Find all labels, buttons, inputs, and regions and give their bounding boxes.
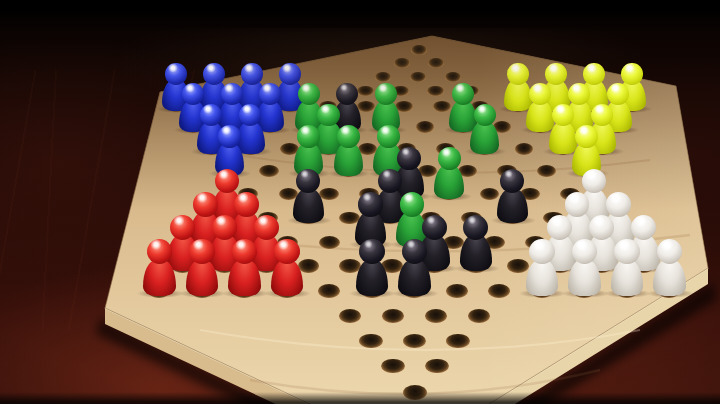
peg-body [186,260,219,296]
peg-head [463,215,488,240]
peg-white[interactable] [568,239,601,296]
peg-head [203,63,224,84]
peg-head [358,192,382,216]
peg-black[interactable] [497,169,528,223]
hole-r1c1 [411,45,427,55]
peg-black[interactable] [293,169,324,223]
peg-head [259,83,281,105]
peg-head [500,169,524,193]
peg-black[interactable] [460,215,492,271]
peg-head [378,169,402,193]
hole-r13c8 [446,284,468,298]
peg-green[interactable] [334,125,364,176]
hole-r13c5 [318,284,340,298]
hole-r15c1 [359,334,382,348]
peg-white[interactable] [653,239,686,296]
peg-green[interactable] [294,125,324,176]
hole-r15c3 [446,334,469,348]
peg-black[interactable] [398,239,431,296]
peg-body [271,260,304,296]
peg-head [182,83,204,105]
peg-head [621,63,642,84]
peg-head [241,63,262,84]
peg-green[interactable] [470,104,499,154]
peg-body [356,260,389,296]
photo-scene [0,0,720,404]
peg-body [526,260,559,296]
peg-red[interactable] [186,239,219,296]
peg-head [221,83,243,105]
peg-red[interactable] [228,239,261,296]
peg-head [606,192,630,216]
peg-body [470,122,499,154]
peg-head [336,83,358,105]
peg-body [334,143,364,176]
peg-body [460,235,492,271]
peg-head [232,239,257,264]
hole-r14c4 [468,309,491,323]
peg-blue[interactable] [215,125,245,176]
peg-body [293,189,324,223]
peg-head [614,239,639,264]
peg-head [552,104,574,126]
hole-r14c1 [339,309,362,323]
peg-head [545,63,566,84]
peg-head [422,215,447,240]
peg-head [218,125,241,148]
hole-r3c2 [410,72,427,82]
peg-head [400,192,424,216]
peg-head [474,104,496,126]
hole-r3c1 [375,72,392,82]
peg-head [215,169,239,193]
hole-r8c2 [259,165,278,177]
peg-body [568,260,601,296]
peg-black[interactable] [356,239,389,296]
hole-r7c9 [515,143,534,155]
peg-white[interactable] [526,239,559,296]
peg-red[interactable] [271,239,304,296]
peg-head [359,239,384,264]
peg-head [200,104,222,126]
peg-head [657,239,682,264]
peg-body [143,260,176,296]
peg-head [296,169,320,193]
peg-head [193,192,217,216]
peg-head [375,83,397,105]
peg-head [254,215,279,240]
hole-r2c2 [428,58,444,68]
hole-r15c2 [403,334,426,348]
hole-r13c9 [488,284,510,298]
peg-head [591,104,613,126]
peg-head [279,63,300,84]
peg-head [438,147,461,170]
hole-r8c9 [537,165,556,177]
peg-red[interactable] [143,239,176,296]
peg-head [165,63,186,84]
hole-r14c2 [382,309,405,323]
hole-r2c1 [394,58,410,68]
peg-yellow[interactable] [572,125,602,176]
peg-head [582,169,606,193]
hole-r11c4 [319,236,340,249]
peg-body [434,165,464,199]
hole-r16c1 [381,359,405,374]
peg-head [189,239,214,264]
hole-r3c3 [445,72,462,82]
peg-head [297,125,320,148]
peg-head [298,83,320,105]
peg-head [234,192,258,216]
peg-head [565,192,589,216]
board-cells [0,0,720,404]
hole-r14c3 [425,309,448,323]
peg-head [397,147,420,170]
peg-head [568,83,590,105]
peg-head [317,104,339,126]
peg-body [611,260,644,296]
peg-head [583,63,604,84]
hole-r17c1 [403,385,427,400]
hole-r4c3 [427,86,444,97]
peg-head [337,125,360,148]
hole-r16c2 [425,359,449,374]
hole-r6c7 [416,121,434,132]
peg-head [402,239,427,264]
peg-body [398,260,431,296]
peg-head [507,63,528,84]
peg-body [653,260,686,296]
peg-head [575,125,598,148]
peg-head [572,239,597,264]
peg-body [228,260,261,296]
peg-head [452,83,474,105]
peg-head [529,83,551,105]
peg-body [497,189,528,223]
peg-head [377,125,400,148]
peg-head [529,239,554,264]
peg-head [274,239,299,264]
peg-head [607,83,629,105]
peg-white[interactable] [611,239,644,296]
peg-green[interactable] [434,147,464,200]
peg-head [147,239,172,264]
